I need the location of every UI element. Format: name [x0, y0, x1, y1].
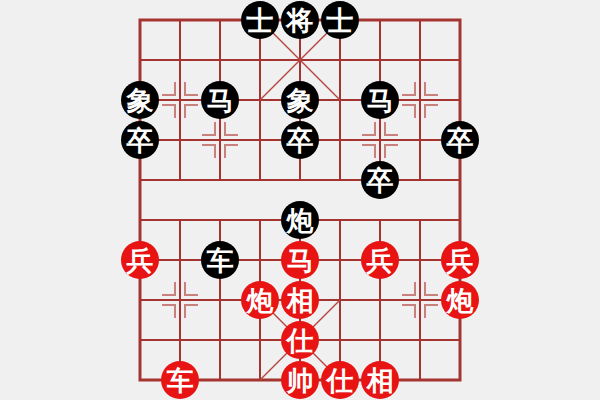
black-soldier-piece[interactable]: 卒 — [441, 121, 479, 159]
red-horse-piece[interactable]: 马 — [281, 241, 319, 279]
black-advisor-piece[interactable]: 士 — [241, 1, 279, 39]
red-soldier-piece[interactable]: 兵 — [441, 241, 479, 279]
red-advisor-piece[interactable]: 仕 — [321, 361, 359, 399]
black-advisor-piece[interactable]: 士 — [321, 1, 359, 39]
red-general-piece[interactable]: 帅 — [281, 361, 319, 399]
red-soldier-piece[interactable]: 兵 — [361, 241, 399, 279]
red-elephant-piece[interactable]: 相 — [281, 281, 319, 319]
red-cannon-piece[interactable]: 炮 — [441, 281, 479, 319]
black-chariot-piece[interactable]: 车 — [201, 241, 239, 279]
red-chariot-piece[interactable]: 车 — [161, 361, 199, 399]
red-cannon-piece[interactable]: 炮 — [241, 281, 279, 319]
xiangqi-board: 士将士象马象马卒卒卒卒炮车兵马兵兵炮相炮仕车帅仕相 — [0, 0, 600, 400]
red-elephant-piece[interactable]: 相 — [361, 361, 399, 399]
red-advisor-piece[interactable]: 仕 — [281, 321, 319, 359]
black-soldier-piece[interactable]: 卒 — [281, 121, 319, 159]
black-soldier-piece[interactable]: 卒 — [361, 161, 399, 199]
piece-layer: 士将士象马象马卒卒卒卒炮车兵马兵兵炮相炮仕车帅仕相 — [120, 0, 480, 400]
black-elephant-piece[interactable]: 象 — [121, 81, 159, 119]
black-soldier-piece[interactable]: 卒 — [121, 121, 159, 159]
black-horse-piece[interactable]: 马 — [361, 81, 399, 119]
black-cannon-piece[interactable]: 炮 — [281, 201, 319, 239]
black-horse-piece[interactable]: 马 — [201, 81, 239, 119]
red-soldier-piece[interactable]: 兵 — [121, 241, 159, 279]
black-elephant-piece[interactable]: 象 — [281, 81, 319, 119]
black-general-piece[interactable]: 将 — [281, 1, 319, 39]
